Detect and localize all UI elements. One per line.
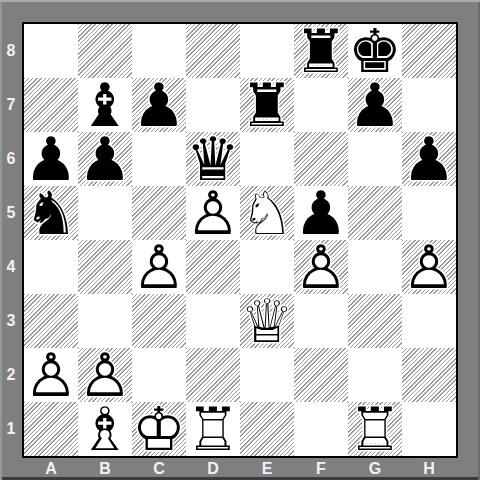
square-d2[interactable] (186, 348, 240, 402)
piece-fill-halo: ♜ (240, 75, 294, 135)
square-g8[interactable]: ♚♚ (348, 24, 402, 78)
piece-fill-halo: ♝ (78, 75, 132, 135)
square-f6[interactable] (294, 132, 348, 186)
square-f5[interactable]: ♟♟ (294, 186, 348, 240)
piece-fill-halo: ♟ (132, 75, 186, 135)
square-e6[interactable] (240, 132, 294, 186)
piece-fill-halo: ♛ (240, 291, 294, 351)
piece-glyph: ♝ (78, 75, 132, 135)
square-c8[interactable] (132, 24, 186, 78)
square-f4[interactable]: ♟♙ (294, 240, 348, 294)
white-pawn-icon[interactable]: ♟♙ (132, 240, 186, 294)
rank-label-5: 5 (0, 186, 22, 240)
file-label-g: G (348, 458, 402, 480)
square-e1[interactable] (240, 402, 294, 456)
piece-glyph: ♙ (294, 237, 348, 297)
piece-glyph: ♕ (240, 291, 294, 351)
piece-glyph: ♟ (348, 75, 402, 135)
piece-glyph: ♟ (294, 183, 348, 243)
chess-board: ♜♜♚♚♝♝♟♟♜♜♟♟♟♟♟♟♛♛♟♟♞♞♟♙♞♘♟♟♟♙♟♙♟♙♛♕♟♙♟♙… (22, 22, 458, 458)
square-c6[interactable] (132, 132, 186, 186)
square-g2[interactable] (348, 348, 402, 402)
square-b7[interactable]: ♝♝ (78, 78, 132, 132)
rank-label-1: 1 (0, 402, 22, 456)
square-h3[interactable] (402, 294, 456, 348)
white-rook-icon[interactable]: ♜♖ (186, 402, 240, 456)
black-rook-icon[interactable]: ♜♜ (294, 24, 348, 78)
square-c7[interactable]: ♟♟ (132, 78, 186, 132)
piece-glyph: ♙ (186, 183, 240, 243)
file-label-e: E (240, 458, 294, 480)
square-g1[interactable]: ♜♖ (348, 402, 402, 456)
file-label-a: A (24, 458, 78, 480)
black-pawn-icon[interactable]: ♟♟ (294, 186, 348, 240)
square-b6[interactable]: ♟♟ (78, 132, 132, 186)
black-knight-icon[interactable]: ♞♞ (24, 186, 78, 240)
black-pawn-icon[interactable]: ♟♟ (348, 78, 402, 132)
piece-fill-halo: ♟ (78, 129, 132, 189)
square-h1[interactable] (402, 402, 456, 456)
piece-glyph: ♔ (132, 399, 186, 459)
square-d7[interactable] (186, 78, 240, 132)
square-a1[interactable] (24, 402, 78, 456)
square-f8[interactable]: ♜♜ (294, 24, 348, 78)
rank-label-4: 4 (0, 240, 22, 294)
black-king-icon[interactable]: ♚♚ (348, 24, 402, 78)
piece-fill-halo: ♟ (24, 345, 78, 405)
square-d3[interactable] (186, 294, 240, 348)
square-g4[interactable] (348, 240, 402, 294)
square-e4[interactable] (240, 240, 294, 294)
piece-fill-halo: ♛ (186, 129, 240, 189)
square-b5[interactable] (78, 186, 132, 240)
piece-glyph: ♟ (402, 129, 456, 189)
black-queen-icon[interactable]: ♛♛ (186, 132, 240, 186)
rank-label-2: 2 (0, 348, 22, 402)
piece-fill-halo: ♞ (24, 183, 78, 243)
piece-glyph: ♗ (78, 399, 132, 459)
square-g6[interactable] (348, 132, 402, 186)
square-e8[interactable] (240, 24, 294, 78)
square-a2[interactable]: ♟♙ (24, 348, 78, 402)
white-pawn-icon[interactable]: ♟♙ (78, 348, 132, 402)
square-b4[interactable] (78, 240, 132, 294)
square-a3[interactable] (24, 294, 78, 348)
piece-fill-halo: ♟ (294, 237, 348, 297)
piece-fill-halo: ♟ (402, 237, 456, 297)
piece-fill-halo: ♟ (78, 345, 132, 405)
square-g3[interactable] (348, 294, 402, 348)
piece-fill-halo: ♟ (348, 75, 402, 135)
square-b2[interactable]: ♟♙ (78, 348, 132, 402)
white-bishop-icon[interactable]: ♝♗ (78, 402, 132, 456)
square-g7[interactable]: ♟♟ (348, 78, 402, 132)
square-h5[interactable] (402, 186, 456, 240)
square-e3[interactable]: ♛♕ (240, 294, 294, 348)
piece-fill-halo: ♜ (294, 21, 348, 81)
white-queen-icon[interactable]: ♛♕ (240, 294, 294, 348)
square-f7[interactable] (294, 78, 348, 132)
square-h7[interactable] (402, 78, 456, 132)
rank-label-6: 6 (0, 132, 22, 186)
square-c1[interactable]: ♚♔ (132, 402, 186, 456)
white-knight-icon[interactable]: ♞♘ (240, 186, 294, 240)
piece-glyph: ♘ (240, 183, 294, 243)
piece-fill-halo: ♚ (132, 399, 186, 459)
square-f1[interactable] (294, 402, 348, 456)
square-e2[interactable] (240, 348, 294, 402)
square-d6[interactable]: ♛♛ (186, 132, 240, 186)
piece-glyph: ♟ (132, 75, 186, 135)
square-a5[interactable]: ♞♞ (24, 186, 78, 240)
square-h4[interactable]: ♟♙ (402, 240, 456, 294)
piece-glyph: ♜ (240, 75, 294, 135)
square-d1[interactable]: ♜♖ (186, 402, 240, 456)
square-e5[interactable]: ♞♘ (240, 186, 294, 240)
square-h6[interactable]: ♟♟ (402, 132, 456, 186)
square-b8[interactable] (78, 24, 132, 78)
piece-fill-halo: ♜ (348, 399, 402, 459)
piece-fill-halo: ♜ (186, 399, 240, 459)
file-label-h: H (402, 458, 456, 480)
piece-glyph: ♙ (24, 345, 78, 405)
square-b3[interactable] (78, 294, 132, 348)
square-h8[interactable] (402, 24, 456, 78)
white-rook-icon[interactable]: ♜♖ (348, 402, 402, 456)
rank-label-8: 8 (0, 24, 22, 78)
chess-diagram: ♜♜♚♚♝♝♟♟♜♜♟♟♟♟♟♟♛♛♟♟♞♞♟♙♞♘♟♟♟♙♟♙♟♙♛♕♟♙♟♙… (0, 0, 480, 480)
square-h2[interactable] (402, 348, 456, 402)
piece-glyph: ♚ (348, 21, 402, 81)
black-rook-icon[interactable]: ♜♜ (240, 78, 294, 132)
piece-glyph: ♛ (186, 129, 240, 189)
piece-fill-halo: ♟ (186, 183, 240, 243)
square-g5[interactable] (348, 186, 402, 240)
piece-glyph: ♙ (132, 237, 186, 297)
piece-glyph: ♙ (78, 345, 132, 405)
square-a8[interactable] (24, 24, 78, 78)
black-pawn-icon[interactable]: ♟♟ (78, 132, 132, 186)
square-c5[interactable] (132, 186, 186, 240)
piece-fill-halo: ♟ (132, 237, 186, 297)
piece-fill-halo: ♚ (348, 21, 402, 81)
piece-fill-halo: ♟ (24, 129, 78, 189)
piece-glyph: ♖ (186, 399, 240, 459)
square-f3[interactable] (294, 294, 348, 348)
square-e7[interactable]: ♜♜ (240, 78, 294, 132)
square-c4[interactable]: ♟♙ (132, 240, 186, 294)
white-king-icon[interactable]: ♚♔ (132, 402, 186, 456)
piece-fill-halo: ♟ (402, 129, 456, 189)
black-pawn-icon[interactable]: ♟♟ (402, 132, 456, 186)
square-a7[interactable] (24, 78, 78, 132)
square-c3[interactable] (132, 294, 186, 348)
black-bishop-icon[interactable]: ♝♝ (78, 78, 132, 132)
black-pawn-icon[interactable]: ♟♟ (132, 78, 186, 132)
file-label-d: D (186, 458, 240, 480)
piece-glyph: ♖ (348, 399, 402, 459)
piece-glyph: ♟ (78, 129, 132, 189)
square-d8[interactable] (186, 24, 240, 78)
square-a4[interactable] (24, 240, 78, 294)
piece-glyph: ♜ (294, 21, 348, 81)
piece-fill-halo: ♞ (240, 183, 294, 243)
square-a6[interactable]: ♟♟ (24, 132, 78, 186)
piece-fill-halo: ♟ (294, 183, 348, 243)
white-pawn-icon[interactable]: ♟♙ (294, 240, 348, 294)
piece-fill-halo: ♝ (78, 399, 132, 459)
file-label-b: B (78, 458, 132, 480)
square-c2[interactable] (132, 348, 186, 402)
black-pawn-icon[interactable]: ♟♟ (24, 132, 78, 186)
file-label-f: F (294, 458, 348, 480)
square-f2[interactable] (294, 348, 348, 402)
file-label-c: C (132, 458, 186, 480)
piece-glyph: ♞ (24, 183, 78, 243)
piece-glyph: ♙ (402, 237, 456, 297)
white-pawn-icon[interactable]: ♟♙ (24, 348, 78, 402)
square-d5[interactable]: ♟♙ (186, 186, 240, 240)
piece-glyph: ♟ (24, 129, 78, 189)
white-pawn-icon[interactable]: ♟♙ (186, 186, 240, 240)
rank-label-3: 3 (0, 294, 22, 348)
rank-label-7: 7 (0, 78, 22, 132)
square-d4[interactable] (186, 240, 240, 294)
square-b1[interactable]: ♝♗ (78, 402, 132, 456)
white-pawn-icon[interactable]: ♟♙ (402, 240, 456, 294)
